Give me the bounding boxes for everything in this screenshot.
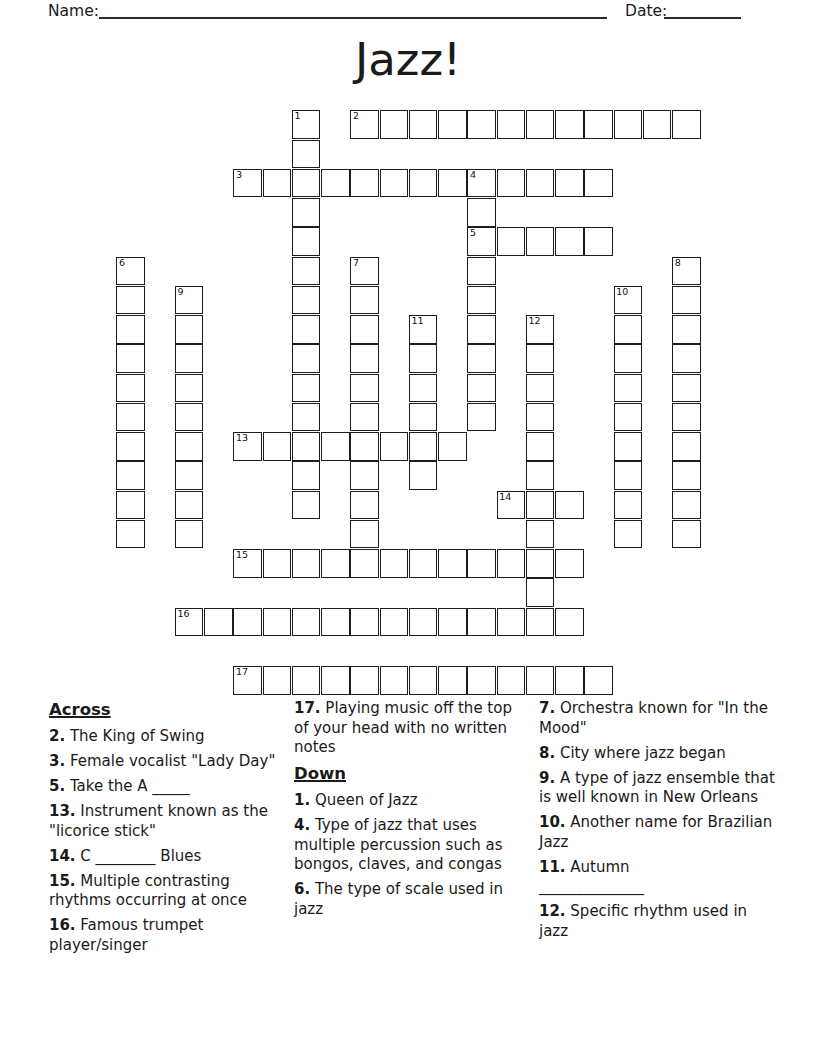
clue-2: 2. The King of Swing	[49, 727, 286, 747]
grid-cell-r2c10[interactable]	[409, 169, 437, 197]
grid-cell-r0c9[interactable]	[380, 110, 408, 138]
grid-cell-r2c13[interactable]	[497, 169, 525, 197]
grid-cell-r8c10[interactable]	[409, 344, 437, 372]
grid-cell-r7c0[interactable]	[116, 315, 144, 343]
grid-cell-r17c12[interactable]	[467, 608, 495, 636]
grid-cell-r0c12[interactable]	[467, 110, 495, 138]
grid-cell-r15c4[interactable]: 15	[233, 549, 261, 577]
clue-number-4: 4	[470, 170, 476, 180]
grid-cell-r19c10[interactable]	[409, 666, 437, 694]
grid-cell-r13c8[interactable]	[350, 491, 378, 519]
grid-cell-r9c14[interactable]	[526, 374, 554, 402]
grid-cell-r4c12[interactable]: 5	[467, 227, 495, 255]
grid-cell-r9c0[interactable]	[116, 374, 144, 402]
grid-cell-r8c14[interactable]	[526, 344, 554, 372]
grid-cell-r11c9[interactable]	[380, 432, 408, 460]
grid-cell-r6c0[interactable]	[116, 286, 144, 314]
grid-cell-r11c11[interactable]	[438, 432, 466, 460]
grid-cell-r17c7[interactable]	[321, 608, 349, 636]
grid-cell-r14c14[interactable]	[526, 520, 554, 548]
grid-cell-r14c8[interactable]	[350, 520, 378, 548]
clue-number-14: 14	[499, 492, 511, 502]
grid-cell-r0c18[interactable]	[643, 110, 671, 138]
clue-number-label: 7.	[539, 699, 555, 717]
grid-cell-r7c2[interactable]	[175, 315, 203, 343]
grid-cell-r13c0[interactable]	[116, 491, 144, 519]
clue-number-label: 1.	[294, 791, 310, 809]
clue-number-label: 11.	[539, 858, 566, 876]
clue-number-label: 8.	[539, 744, 555, 762]
grid-cell-r9c17[interactable]	[614, 374, 642, 402]
grid-cell-r2c16[interactable]	[584, 169, 612, 197]
grid-cell-r0c10[interactable]	[409, 110, 437, 138]
grid-cell-r0c15[interactable]	[555, 110, 583, 138]
clue-number-label: 16.	[49, 916, 76, 934]
clue-5: 5. Take the A _____	[49, 777, 286, 797]
grid-cell-r0c8[interactable]: 2	[350, 110, 378, 138]
grid-cell-r2c6[interactable]	[292, 169, 320, 197]
grid-cell-r11c6[interactable]	[292, 432, 320, 460]
clue-text: Type of jazz that uses multiple percussi…	[294, 816, 502, 873]
grid-cell-r8c12[interactable]	[467, 344, 495, 372]
grid-cell-r7c19[interactable]	[672, 315, 700, 343]
grid-cell-r0c19[interactable]	[672, 110, 700, 138]
grid-cell-r9c2[interactable]	[175, 374, 203, 402]
grid-cell-r8c6[interactable]	[292, 344, 320, 372]
grid-cell-r17c14[interactable]	[526, 608, 554, 636]
grid-cell-r4c15[interactable]	[555, 227, 583, 255]
clue-12: 12. Specific rhythm used in jazz	[539, 902, 776, 941]
clue-number-3: 3	[236, 170, 242, 180]
clue-8: 8. City where jazz began	[539, 744, 776, 764]
grid-cell-r0c14[interactable]	[526, 110, 554, 138]
grid-cell-r4c16[interactable]	[584, 227, 612, 255]
grid-cell-r4c6[interactable]	[292, 227, 320, 255]
clue-number-label: 3.	[49, 752, 65, 770]
clue-11: 11. Autumn ______________	[539, 858, 776, 897]
grid-cell-r15c14[interactable]	[526, 549, 554, 577]
clue-number-label: 5.	[49, 777, 65, 795]
grid-cell-r9c6[interactable]	[292, 374, 320, 402]
clue-text: Multiple contrasting rhythms occurring a…	[49, 872, 247, 910]
grid-cell-r0c11[interactable]	[438, 110, 466, 138]
clue-text: Orchestra known for "In the Mood"	[539, 699, 768, 737]
clue-text: C ________ Blues	[76, 847, 202, 865]
grid-cell-r10c0[interactable]	[116, 403, 144, 431]
grid-cell-r13c13[interactable]: 14	[497, 491, 525, 519]
grid-cell-r14c17[interactable]	[614, 520, 642, 548]
clue-number-label: 2.	[49, 727, 65, 745]
clue-number-label: 13.	[49, 802, 76, 820]
clue-text: Take the A _____	[65, 777, 190, 795]
grid-cell-r7c12[interactable]	[467, 315, 495, 343]
grid-cell-r2c14[interactable]	[526, 169, 554, 197]
grid-cell-r6c8[interactable]	[350, 286, 378, 314]
grid-cell-r10c12[interactable]	[467, 403, 495, 431]
grid-cell-r14c2[interactable]	[175, 520, 203, 548]
clue-number-label: 6.	[294, 880, 310, 898]
clue-number-16: 16	[177, 609, 189, 619]
clue-number-7: 7	[353, 258, 359, 268]
grid-cell-r13c17[interactable]	[614, 491, 642, 519]
grid-cell-r15c9[interactable]	[380, 549, 408, 577]
grid-cell-r10c17[interactable]	[614, 403, 642, 431]
clue-text: The type of scale used in jazz	[294, 880, 503, 918]
clue-text: The King of Swing	[65, 727, 204, 745]
grid-cell-r19c15[interactable]	[555, 666, 583, 694]
clue-text: Queen of Jazz	[310, 791, 417, 809]
clue-15: 15. Multiple contrasting rhythms occurri…	[49, 872, 286, 911]
grid-cell-r8c8[interactable]	[350, 344, 378, 372]
clue-number-2: 2	[353, 111, 359, 121]
grid-cell-r12c6[interactable]	[292, 461, 320, 489]
grid-cell-r19c8[interactable]	[350, 666, 378, 694]
clue-number-8: 8	[675, 258, 681, 268]
grid-cell-r10c2[interactable]	[175, 403, 203, 431]
grid-cell-r8c2[interactable]	[175, 344, 203, 372]
grid-cell-r17c10[interactable]	[409, 608, 437, 636]
clue-number-label: 14.	[49, 847, 76, 865]
clue-number-label: 9.	[539, 769, 555, 787]
grid-cell-r10c14[interactable]	[526, 403, 554, 431]
grid-cell-r5c6[interactable]	[292, 257, 320, 285]
grid-cell-r8c19[interactable]	[672, 344, 700, 372]
grid-cell-r2c12[interactable]: 4	[467, 169, 495, 197]
clue-number-label: 17.	[294, 699, 321, 717]
grid-cell-r7c8[interactable]	[350, 315, 378, 343]
grid-cell-r2c11[interactable]	[438, 169, 466, 197]
grid-cell-r4c13[interactable]	[497, 227, 525, 255]
grid-cell-r17c3[interactable]	[204, 608, 232, 636]
grid-cell-r12c2[interactable]	[175, 461, 203, 489]
grid-cell-r6c6[interactable]	[292, 286, 320, 314]
grid-cell-r9c19[interactable]	[672, 374, 700, 402]
grid-cell-r13c15[interactable]	[555, 491, 583, 519]
grid-cell-r15c8[interactable]	[350, 549, 378, 577]
clue-number-15: 15	[236, 550, 248, 560]
grid-cell-r17c15[interactable]	[555, 608, 583, 636]
grid-cell-r10c10[interactable]	[409, 403, 437, 431]
grid-cell-r13c6[interactable]	[292, 491, 320, 519]
grid-cell-r15c10[interactable]	[409, 549, 437, 577]
grid-cell-r6c17[interactable]: 10	[614, 286, 642, 314]
grid-cell-r5c19[interactable]: 8	[672, 257, 700, 285]
clue-number-17: 17	[236, 667, 248, 677]
grid-cell-r13c2[interactable]	[175, 491, 203, 519]
clue-number-10: 10	[616, 287, 628, 297]
grid-cell-r6c19[interactable]	[672, 286, 700, 314]
clue-text: A type of jazz ensemble that is well kno…	[539, 769, 775, 807]
grid-cell-r12c14[interactable]	[526, 461, 554, 489]
grid-cell-r5c0[interactable]: 6	[116, 257, 144, 285]
clue-6: 6. The type of scale used in jazz	[294, 880, 531, 919]
grid-cell-r0c16[interactable]	[584, 110, 612, 138]
grid-cell-r3c12[interactable]	[467, 198, 495, 226]
grid-cell-r19c12[interactable]	[467, 666, 495, 694]
grid-cell-r19c16[interactable]	[584, 666, 612, 694]
clue-number-9: 9	[177, 287, 183, 297]
clue-text: Playing music off the top of your head w…	[294, 699, 512, 756]
grid-cell-r12c19[interactable]	[672, 461, 700, 489]
grid-cell-r17c4[interactable]	[233, 608, 261, 636]
grid-cell-r14c19[interactable]	[672, 520, 700, 548]
clue-number-6: 6	[119, 258, 125, 268]
grid-cell-r10c19[interactable]	[672, 403, 700, 431]
grid-cell-r2c9[interactable]	[380, 169, 408, 197]
grid-cell-r11c8[interactable]	[350, 432, 378, 460]
clue-column-2: 17. Playing music off the top of your he…	[294, 699, 531, 925]
clue-7: 7. Orchestra known for "In the Mood"	[539, 699, 776, 738]
grid-cell-r11c0[interactable]	[116, 432, 144, 460]
grid-cell-r19c5[interactable]	[263, 666, 291, 694]
grid-cell-r17c11[interactable]	[438, 608, 466, 636]
grid-cell-r4c14[interactable]	[526, 227, 554, 255]
clue-10: 10. Another name for Brazilian Jazz	[539, 813, 776, 852]
clue-column-3: 7. Orchestra known for "In the Mood"8. C…	[539, 699, 776, 947]
grid-cell-r17c13[interactable]	[497, 608, 525, 636]
clues-heading-down: Down	[294, 763, 531, 784]
grid-cell-r17c8[interactable]	[350, 608, 378, 636]
grid-cell-r15c13[interactable]	[497, 549, 525, 577]
grid-cell-r12c10[interactable]	[409, 461, 437, 489]
grid-cell-r19c14[interactable]	[526, 666, 554, 694]
grid-cell-r11c4[interactable]: 13	[233, 432, 261, 460]
grid-cell-r0c6[interactable]: 1	[292, 110, 320, 138]
grid-cell-r16c14[interactable]	[526, 578, 554, 606]
grid-cell-r15c15[interactable]	[555, 549, 583, 577]
grid-cell-r12c17[interactable]	[614, 461, 642, 489]
clue-text: Specific rhythm used in jazz	[539, 902, 747, 940]
grid-cell-r19c7[interactable]	[321, 666, 349, 694]
date-field-line[interactable]	[664, 1, 741, 19]
grid-cell-r2c5[interactable]	[263, 169, 291, 197]
grid-cell-r2c4[interactable]: 3	[233, 169, 261, 197]
clue-13: 13. Instrument known as the "licorice st…	[49, 802, 286, 841]
clue-4: 4. Type of jazz that uses multiple percu…	[294, 816, 531, 875]
clue-number-11: 11	[411, 316, 423, 326]
grid-cell-r13c14[interactable]	[526, 491, 554, 519]
grid-cell-r7c17[interactable]	[614, 315, 642, 343]
date-label: Date:	[625, 2, 667, 20]
clue-number-label: 15.	[49, 872, 76, 890]
grid-cell-r7c10[interactable]: 11	[409, 315, 437, 343]
grid-cell-r9c10[interactable]	[409, 374, 437, 402]
grid-cell-r19c9[interactable]	[380, 666, 408, 694]
clue-14: 14. C ________ Blues	[49, 847, 286, 867]
clue-number-label: 12.	[539, 902, 566, 920]
clue-number-label: 10.	[539, 813, 566, 831]
clue-text: City where jazz began	[555, 744, 726, 762]
grid-cell-r11c19[interactable]	[672, 432, 700, 460]
grid-cell-r8c17[interactable]	[614, 344, 642, 372]
grid-cell-r0c17[interactable]	[614, 110, 642, 138]
clues-section: Across2. The King of Swing3. Female voca…	[49, 699, 775, 961]
grid-cell-r5c12[interactable]	[467, 257, 495, 285]
grid-cell-r12c8[interactable]	[350, 461, 378, 489]
grid-cell-r2c15[interactable]	[555, 169, 583, 197]
crossword-grid: 1234567891011121314151617	[116, 110, 702, 696]
grid-cell-r7c14[interactable]: 12	[526, 315, 554, 343]
grid-cell-r12c0[interactable]	[116, 461, 144, 489]
clue-number-label: 4.	[294, 816, 310, 834]
grid-cell-r15c5[interactable]	[263, 549, 291, 577]
grid-cell-r7c6[interactable]	[292, 315, 320, 343]
grid-cell-r17c5[interactable]	[263, 608, 291, 636]
grid-cell-r10c6[interactable]	[292, 403, 320, 431]
grid-cell-r5c8[interactable]: 7	[350, 257, 378, 285]
grid-cell-r10c8[interactable]	[350, 403, 378, 431]
grid-cell-r11c2[interactable]	[175, 432, 203, 460]
name-field-line[interactable]	[99, 1, 607, 19]
clue-16: 16. Famous trumpet player/singer	[49, 916, 286, 955]
grid-cell-r11c10[interactable]	[409, 432, 437, 460]
puzzle-title: Jazz!	[0, 33, 816, 86]
grid-cell-r17c9[interactable]	[380, 608, 408, 636]
clue-17: 17. Playing music off the top of your he…	[294, 699, 531, 758]
grid-cell-r8c0[interactable]	[116, 344, 144, 372]
grid-cell-r3c6[interactable]	[292, 198, 320, 226]
clue-number-1: 1	[294, 111, 300, 121]
grid-cell-r6c12[interactable]	[467, 286, 495, 314]
grid-cell-r19c6[interactable]	[292, 666, 320, 694]
grid-cell-r9c12[interactable]	[467, 374, 495, 402]
clue-text: Female vocalist "Lady Day"	[65, 752, 275, 770]
grid-cell-r15c11[interactable]	[438, 549, 466, 577]
grid-cell-r15c7[interactable]	[321, 549, 349, 577]
grid-cell-r11c5[interactable]	[263, 432, 291, 460]
grid-cell-r15c12[interactable]	[467, 549, 495, 577]
grid-cell-r19c4[interactable]: 17	[233, 666, 261, 694]
clue-number-5: 5	[470, 228, 476, 238]
grid-cell-r1c6[interactable]	[292, 140, 320, 168]
clue-number-12: 12	[528, 316, 540, 326]
grid-cell-r14c0[interactable]	[116, 520, 144, 548]
clue-3: 3. Female vocalist "Lady Day"	[49, 752, 286, 772]
grid-cell-r17c2[interactable]: 16	[175, 608, 203, 636]
clue-1: 1. Queen of Jazz	[294, 791, 531, 811]
grid-cell-r19c13[interactable]	[497, 666, 525, 694]
clue-9: 9. A type of jazz ensemble that is well …	[539, 769, 776, 808]
grid-cell-r13c19[interactable]	[672, 491, 700, 519]
grid-cell-r11c7[interactable]	[321, 432, 349, 460]
grid-cell-r0c13[interactable]	[497, 110, 525, 138]
name-label: Name:	[48, 2, 99, 20]
grid-cell-r11c14[interactable]	[526, 432, 554, 460]
grid-cell-r2c8[interactable]	[350, 169, 378, 197]
grid-cell-r17c6[interactable]	[292, 608, 320, 636]
grid-cell-r9c8[interactable]	[350, 374, 378, 402]
grid-cell-r6c2[interactable]: 9	[175, 286, 203, 314]
clues-heading-across: Across	[49, 699, 286, 720]
grid-cell-r11c17[interactable]	[614, 432, 642, 460]
grid-cell-r19c11[interactable]	[438, 666, 466, 694]
grid-cell-r2c7[interactable]	[321, 169, 349, 197]
clue-text: Instrument known as the "licorice stick"	[49, 802, 268, 840]
clue-column-1: Across2. The King of Swing3. Female voca…	[49, 699, 286, 961]
clue-number-13: 13	[236, 433, 248, 443]
grid-cell-r15c6[interactable]	[292, 549, 320, 577]
clue-text: Another name for Brazilian Jazz	[539, 813, 772, 851]
